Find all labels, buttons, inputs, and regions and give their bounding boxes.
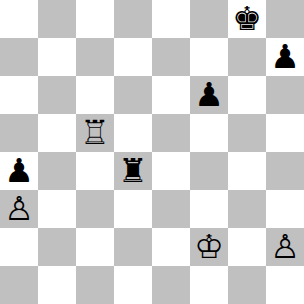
square-c6[interactable] — [76, 76, 114, 114]
square-a7[interactable] — [0, 38, 38, 76]
square-g4[interactable] — [228, 152, 266, 190]
square-d3[interactable] — [114, 190, 152, 228]
square-g1[interactable] — [228, 266, 266, 304]
square-e4[interactable] — [152, 152, 190, 190]
square-a5[interactable] — [0, 114, 38, 152]
square-f8[interactable] — [190, 0, 228, 38]
square-b7[interactable] — [38, 38, 76, 76]
square-g8[interactable]: ♚ — [228, 0, 266, 38]
square-b1[interactable] — [38, 266, 76, 304]
square-d1[interactable] — [114, 266, 152, 304]
square-h8[interactable] — [266, 0, 304, 38]
square-e3[interactable] — [152, 190, 190, 228]
square-a1[interactable] — [0, 266, 38, 304]
square-f6[interactable]: ♟ — [190, 76, 228, 114]
piece-black-pawn: ♟ — [4, 152, 34, 190]
square-a3[interactable]: ♙ — [0, 190, 38, 228]
square-a2[interactable] — [0, 228, 38, 266]
square-e8[interactable] — [152, 0, 190, 38]
square-b8[interactable] — [38, 0, 76, 38]
square-b2[interactable] — [38, 228, 76, 266]
square-h2[interactable]: ♙ — [266, 228, 304, 266]
square-g5[interactable] — [228, 114, 266, 152]
square-e6[interactable] — [152, 76, 190, 114]
piece-white-rook: ♖ — [80, 114, 110, 152]
square-c4[interactable] — [76, 152, 114, 190]
square-e7[interactable] — [152, 38, 190, 76]
square-d2[interactable] — [114, 228, 152, 266]
chess-board: ♚♟♟♖♟♜♙♔♙ — [0, 0, 304, 304]
square-h7[interactable]: ♟ — [266, 38, 304, 76]
square-d8[interactable] — [114, 0, 152, 38]
piece-white-pawn: ♙ — [270, 228, 300, 266]
square-h6[interactable] — [266, 76, 304, 114]
square-c1[interactable] — [76, 266, 114, 304]
square-h5[interactable] — [266, 114, 304, 152]
square-f3[interactable] — [190, 190, 228, 228]
square-d6[interactable] — [114, 76, 152, 114]
square-g6[interactable] — [228, 76, 266, 114]
piece-black-pawn: ♟ — [194, 76, 224, 114]
square-f4[interactable] — [190, 152, 228, 190]
piece-black-king: ♚ — [232, 0, 262, 38]
square-d4[interactable]: ♜ — [114, 152, 152, 190]
square-a4[interactable]: ♟ — [0, 152, 38, 190]
square-f1[interactable] — [190, 266, 228, 304]
piece-black-pawn: ♟ — [270, 38, 300, 76]
square-b3[interactable] — [38, 190, 76, 228]
piece-white-king: ♔ — [194, 228, 224, 266]
square-f7[interactable] — [190, 38, 228, 76]
square-c2[interactable] — [76, 228, 114, 266]
square-h3[interactable] — [266, 190, 304, 228]
square-b4[interactable] — [38, 152, 76, 190]
square-d7[interactable] — [114, 38, 152, 76]
square-f5[interactable] — [190, 114, 228, 152]
square-e2[interactable] — [152, 228, 190, 266]
square-e5[interactable] — [152, 114, 190, 152]
square-d5[interactable] — [114, 114, 152, 152]
square-b5[interactable] — [38, 114, 76, 152]
square-g7[interactable] — [228, 38, 266, 76]
square-h4[interactable] — [266, 152, 304, 190]
square-f2[interactable]: ♔ — [190, 228, 228, 266]
square-b6[interactable] — [38, 76, 76, 114]
square-g2[interactable] — [228, 228, 266, 266]
square-c5[interactable]: ♖ — [76, 114, 114, 152]
square-c8[interactable] — [76, 0, 114, 38]
piece-black-rook: ♜ — [118, 152, 148, 190]
square-h1[interactable] — [266, 266, 304, 304]
square-a6[interactable] — [0, 76, 38, 114]
square-c3[interactable] — [76, 190, 114, 228]
square-g3[interactable] — [228, 190, 266, 228]
square-e1[interactable] — [152, 266, 190, 304]
piece-white-pawn: ♙ — [4, 190, 34, 228]
square-c7[interactable] — [76, 38, 114, 76]
square-a8[interactable] — [0, 0, 38, 38]
